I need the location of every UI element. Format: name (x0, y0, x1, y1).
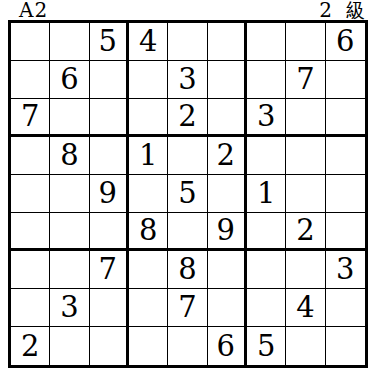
cell-r1c3[interactable]: 5 (90, 23, 129, 61)
cell-r5c9[interactable] (326, 175, 365, 213)
cell-r9c2[interactable] (50, 327, 89, 365)
cell-r8c8[interactable]: 4 (286, 289, 325, 327)
cell-r4c1[interactable] (11, 137, 50, 175)
cell-r6c6[interactable]: 9 (208, 213, 247, 251)
cell-r5c7[interactable]: 1 (247, 175, 286, 213)
cell-r6c7[interactable] (247, 213, 286, 251)
cell-r2c2[interactable]: 6 (50, 61, 89, 99)
cell-r6c4[interactable]: 8 (129, 213, 168, 251)
cell-r3c4[interactable] (129, 99, 168, 137)
cell-r3c3[interactable] (90, 99, 129, 137)
cell-r3c9[interactable] (326, 99, 365, 137)
cell-r3c5[interactable]: 2 (168, 99, 207, 137)
cell-r3c1[interactable]: 7 (11, 99, 50, 137)
cell-r4c8[interactable] (286, 137, 325, 175)
cell-r6c8[interactable]: 2 (286, 213, 325, 251)
cell-r2c5[interactable]: 3 (168, 61, 207, 99)
cell-r5c4[interactable] (129, 175, 168, 213)
sudoku-board: 546637723812951892783374265 (8, 20, 368, 368)
cell-r6c5[interactable] (168, 213, 207, 251)
cell-r8c3[interactable] (90, 289, 129, 327)
cell-r2c4[interactable] (129, 61, 168, 99)
difficulty-number: 2 (319, 0, 332, 20)
cell-r7c5[interactable]: 8 (168, 251, 207, 289)
cell-r5c2[interactable] (50, 175, 89, 213)
cell-r3c8[interactable] (286, 99, 325, 137)
cell-r6c3[interactable] (90, 213, 129, 251)
cell-r5c3[interactable]: 9 (90, 175, 129, 213)
cell-r8c5[interactable]: 7 (168, 289, 207, 327)
cell-r9c3[interactable] (90, 327, 129, 365)
cell-r4c9[interactable] (326, 137, 365, 175)
cell-r7c3[interactable]: 7 (90, 251, 129, 289)
difficulty-badge: 2 級 (319, 0, 365, 20)
cell-r1c4[interactable]: 4 (129, 23, 168, 61)
cell-r1c6[interactable] (208, 23, 247, 61)
cell-r4c5[interactable] (168, 137, 207, 175)
cell-r7c9[interactable]: 3 (326, 251, 365, 289)
cell-r8c6[interactable] (208, 289, 247, 327)
cell-r7c4[interactable] (129, 251, 168, 289)
cell-r2c9[interactable] (326, 61, 365, 99)
cell-r9c6[interactable]: 6 (208, 327, 247, 365)
cell-r3c7[interactable]: 3 (247, 99, 286, 137)
cell-r4c2[interactable]: 8 (50, 137, 89, 175)
cell-r2c1[interactable] (11, 61, 50, 99)
cell-r1c9[interactable]: 6 (326, 23, 365, 61)
cell-r9c1[interactable]: 2 (11, 327, 50, 365)
cell-r6c2[interactable] (50, 213, 89, 251)
cell-r8c1[interactable] (11, 289, 50, 327)
header: A2 2 級 (8, 0, 368, 20)
difficulty-label: 級 (346, 0, 365, 20)
cell-r7c8[interactable] (286, 251, 325, 289)
cell-r6c1[interactable] (11, 213, 50, 251)
cell-r1c2[interactable] (50, 23, 89, 61)
cell-r7c2[interactable] (50, 251, 89, 289)
cell-r8c7[interactable] (247, 289, 286, 327)
cell-r4c6[interactable]: 2 (208, 137, 247, 175)
cell-r5c1[interactable] (11, 175, 50, 213)
cell-r8c2[interactable]: 3 (50, 289, 89, 327)
cell-r9c9[interactable] (326, 327, 365, 365)
cell-r4c3[interactable] (90, 137, 129, 175)
cell-r5c6[interactable] (208, 175, 247, 213)
cell-r4c4[interactable]: 1 (129, 137, 168, 175)
cell-r1c1[interactable] (11, 23, 50, 61)
cell-r7c6[interactable] (208, 251, 247, 289)
cell-r2c7[interactable] (247, 61, 286, 99)
cell-r6c9[interactable] (326, 213, 365, 251)
cell-r2c6[interactable] (208, 61, 247, 99)
cell-r5c5[interactable]: 5 (168, 175, 207, 213)
cell-r9c8[interactable] (286, 327, 325, 365)
cell-r2c8[interactable]: 7 (286, 61, 325, 99)
cell-r9c7[interactable]: 5 (247, 327, 286, 365)
cell-r3c2[interactable] (50, 99, 89, 137)
cell-r9c5[interactable] (168, 327, 207, 365)
cell-r4c7[interactable] (247, 137, 286, 175)
cell-r3c6[interactable] (208, 99, 247, 137)
cell-r1c5[interactable] (168, 23, 207, 61)
cell-r1c8[interactable] (286, 23, 325, 61)
puzzle-page: A2 2 級 546637723812951892783374265 (0, 0, 387, 387)
cell-r7c7[interactable] (247, 251, 286, 289)
cell-r9c4[interactable] (129, 327, 168, 365)
cell-r5c8[interactable] (286, 175, 325, 213)
cell-r8c4[interactable] (129, 289, 168, 327)
cell-r8c9[interactable] (326, 289, 365, 327)
cell-r1c7[interactable] (247, 23, 286, 61)
puzzle-id: A2 (19, 0, 48, 20)
cell-r7c1[interactable] (11, 251, 50, 289)
cell-r2c3[interactable] (90, 61, 129, 99)
